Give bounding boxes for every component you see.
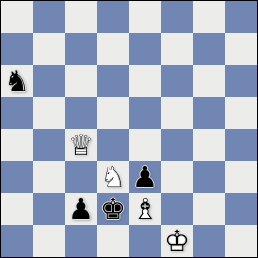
square-b7[interactable] <box>33 33 65 65</box>
black-knight-glyph: ♞ <box>1 65 33 97</box>
square-a4[interactable] <box>1 129 33 161</box>
square-h4[interactable] <box>225 129 257 161</box>
square-f2[interactable] <box>161 193 193 225</box>
white-queen-piece[interactable]: ♛♕ <box>65 129 97 161</box>
square-a5[interactable] <box>1 97 33 129</box>
square-b3[interactable] <box>33 161 65 193</box>
square-g8[interactable] <box>193 1 225 33</box>
square-g2[interactable] <box>193 193 225 225</box>
black-pawn-piece[interactable]: ♟ <box>129 161 161 193</box>
square-c5[interactable] <box>65 97 97 129</box>
square-c6[interactable] <box>65 65 97 97</box>
chess-board: ♞♛♕♞♘♟♟♚♝♗♚♔ <box>1 1 257 257</box>
black-king-piece[interactable]: ♚ <box>97 193 129 225</box>
square-g6[interactable] <box>193 65 225 97</box>
square-e5[interactable] <box>129 97 161 129</box>
square-b4[interactable] <box>33 129 65 161</box>
black-knight-piece[interactable]: ♞ <box>1 65 33 97</box>
square-f3[interactable] <box>161 161 193 193</box>
white-queen-outline: ♕ <box>65 129 97 161</box>
square-h5[interactable] <box>225 97 257 129</box>
black-pawn-glyph: ♟ <box>65 193 97 225</box>
white-bishop-outline: ♗ <box>129 193 161 225</box>
square-c1[interactable] <box>65 225 97 257</box>
black-pawn-glyph: ♟ <box>129 161 161 193</box>
square-h8[interactable] <box>225 1 257 33</box>
square-a2[interactable] <box>1 193 33 225</box>
square-e3[interactable]: ♟ <box>129 161 161 193</box>
square-b2[interactable] <box>33 193 65 225</box>
square-b8[interactable] <box>33 1 65 33</box>
square-b1[interactable] <box>33 225 65 257</box>
square-h3[interactable] <box>225 161 257 193</box>
square-g7[interactable] <box>193 33 225 65</box>
square-d5[interactable] <box>97 97 129 129</box>
square-e8[interactable] <box>129 1 161 33</box>
white-king-piece[interactable]: ♚♔ <box>161 225 193 257</box>
square-a7[interactable] <box>1 33 33 65</box>
square-e2[interactable]: ♝♗ <box>129 193 161 225</box>
square-a1[interactable] <box>1 225 33 257</box>
square-d2[interactable]: ♚ <box>97 193 129 225</box>
square-b6[interactable] <box>33 65 65 97</box>
square-g1[interactable] <box>193 225 225 257</box>
square-c8[interactable] <box>65 1 97 33</box>
square-f6[interactable] <box>161 65 193 97</box>
square-f7[interactable] <box>161 33 193 65</box>
square-c7[interactable] <box>65 33 97 65</box>
square-a3[interactable] <box>1 161 33 193</box>
square-e4[interactable] <box>129 129 161 161</box>
square-g5[interactable] <box>193 97 225 129</box>
square-d4[interactable] <box>97 129 129 161</box>
white-bishop-piece[interactable]: ♝♗ <box>129 193 161 225</box>
square-a8[interactable] <box>1 1 33 33</box>
white-knight-piece[interactable]: ♞♘ <box>97 161 129 193</box>
square-a6[interactable]: ♞ <box>1 65 33 97</box>
square-e6[interactable] <box>129 65 161 97</box>
square-f1[interactable]: ♚♔ <box>161 225 193 257</box>
square-f4[interactable] <box>161 129 193 161</box>
square-h7[interactable] <box>225 33 257 65</box>
chess-board-frame: ♞♛♕♞♘♟♟♚♝♗♚♔ <box>0 0 258 258</box>
square-d1[interactable] <box>97 225 129 257</box>
white-king-outline: ♔ <box>161 225 193 257</box>
white-knight-outline: ♘ <box>97 161 129 193</box>
square-g3[interactable] <box>193 161 225 193</box>
square-d8[interactable] <box>97 1 129 33</box>
square-b5[interactable] <box>33 97 65 129</box>
square-g4[interactable] <box>193 129 225 161</box>
square-h1[interactable] <box>225 225 257 257</box>
square-d3[interactable]: ♞♘ <box>97 161 129 193</box>
square-h2[interactable] <box>225 193 257 225</box>
square-d7[interactable] <box>97 33 129 65</box>
square-c3[interactable] <box>65 161 97 193</box>
black-king-glyph: ♚ <box>97 193 129 225</box>
square-h6[interactable] <box>225 65 257 97</box>
black-pawn-piece[interactable]: ♟ <box>65 193 97 225</box>
square-f5[interactable] <box>161 97 193 129</box>
square-e1[interactable] <box>129 225 161 257</box>
square-c2[interactable]: ♟ <box>65 193 97 225</box>
square-f8[interactable] <box>161 1 193 33</box>
square-e7[interactable] <box>129 33 161 65</box>
square-c4[interactable]: ♛♕ <box>65 129 97 161</box>
square-d6[interactable] <box>97 65 129 97</box>
